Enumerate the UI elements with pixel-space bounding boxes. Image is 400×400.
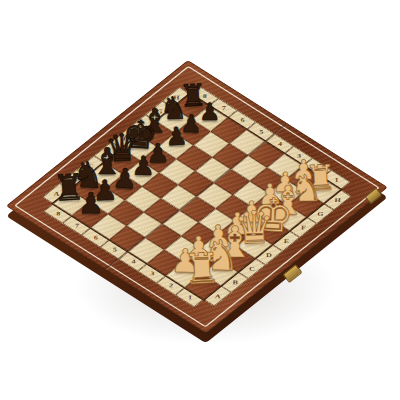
piece-white-rook[interactable]: ♜ (180, 247, 224, 291)
label-text: F (301, 224, 306, 230)
label-text: 6 (93, 234, 97, 240)
label-text: A (214, 293, 220, 299)
label-text: H (334, 197, 341, 203)
label-text: 2 (168, 282, 172, 288)
label-text: 3 (150, 270, 154, 276)
label-text: 5 (259, 129, 263, 135)
label-text: 5 (112, 246, 116, 252)
label-text: 4 (131, 258, 135, 264)
label-text: 1 (187, 294, 191, 300)
label-text: 6 (240, 117, 244, 123)
chess-set-photo: AA88BB77CC66DD55EE44FF33GG22HH11 ♜♞♝♛♚♝♞… (0, 0, 400, 400)
label-text: 8 (56, 210, 60, 216)
label-text: G (317, 210, 324, 216)
piece-black-pawn[interactable]: ♟ (77, 189, 106, 218)
label-text: 7 (74, 222, 78, 228)
label-text: 4 (277, 141, 281, 147)
